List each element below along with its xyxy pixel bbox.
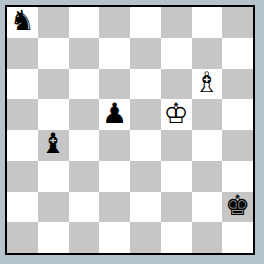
square-e6[interactable] [130,69,161,100]
square-f3[interactable] [161,161,192,192]
square-g3[interactable] [192,161,223,192]
square-c7[interactable] [69,38,100,69]
square-c3[interactable] [69,161,100,192]
square-f2[interactable] [161,192,192,223]
square-h6[interactable] [222,69,253,100]
square-e3[interactable] [130,161,161,192]
square-f5[interactable]: ♔ [161,99,192,130]
black-knight[interactable]: ♞ [10,7,35,35]
square-h8[interactable] [222,7,253,38]
square-e7[interactable] [130,38,161,69]
square-a6[interactable] [7,69,38,100]
square-e4[interactable] [130,130,161,161]
square-h5[interactable] [222,99,253,130]
square-b3[interactable] [38,161,69,192]
chess-board: ♞♗♟♔♝♚ [5,5,255,255]
square-a3[interactable] [7,161,38,192]
square-e1[interactable] [130,222,161,253]
square-h1[interactable] [222,222,253,253]
square-g8[interactable] [192,7,223,38]
square-d6[interactable] [99,69,130,100]
square-c8[interactable] [69,7,100,38]
square-c6[interactable] [69,69,100,100]
square-a4[interactable] [7,130,38,161]
square-h2[interactable]: ♚ [222,192,253,223]
square-g2[interactable] [192,192,223,223]
square-d5[interactable]: ♟ [99,99,130,130]
square-g1[interactable] [192,222,223,253]
square-a2[interactable] [7,192,38,223]
square-a5[interactable] [7,99,38,130]
square-a8[interactable]: ♞ [7,7,38,38]
square-f7[interactable] [161,38,192,69]
square-f6[interactable] [161,69,192,100]
black-king[interactable]: ♚ [225,192,250,220]
white-king[interactable]: ♔ [164,100,189,128]
square-g5[interactable] [192,99,223,130]
square-b5[interactable] [38,99,69,130]
square-a7[interactable] [7,38,38,69]
square-h3[interactable] [222,161,253,192]
square-c1[interactable] [69,222,100,253]
square-b1[interactable] [38,222,69,253]
square-b6[interactable] [38,69,69,100]
black-bishop[interactable]: ♝ [41,130,66,158]
square-e5[interactable] [130,99,161,130]
square-d1[interactable] [99,222,130,253]
square-b4[interactable]: ♝ [38,130,69,161]
white-bishop[interactable]: ♗ [194,69,219,97]
square-f1[interactable] [161,222,192,253]
square-a1[interactable] [7,222,38,253]
square-f8[interactable] [161,7,192,38]
square-c5[interactable] [69,99,100,130]
square-e2[interactable] [130,192,161,223]
square-e8[interactable] [130,7,161,38]
square-f4[interactable] [161,130,192,161]
square-g7[interactable] [192,38,223,69]
square-d8[interactable] [99,7,130,38]
square-b2[interactable] [38,192,69,223]
square-d3[interactable] [99,161,130,192]
square-c4[interactable] [69,130,100,161]
square-d4[interactable] [99,130,130,161]
square-d7[interactable] [99,38,130,69]
square-g6[interactable]: ♗ [192,69,223,100]
square-b7[interactable] [38,38,69,69]
square-g4[interactable] [192,130,223,161]
black-pawn[interactable]: ♟ [102,100,127,128]
square-b8[interactable] [38,7,69,38]
square-c2[interactable] [69,192,100,223]
chess-diagram: ♞♗♟♔♝♚ [0,0,264,264]
square-h4[interactable] [222,130,253,161]
square-d2[interactable] [99,192,130,223]
square-h7[interactable] [222,38,253,69]
